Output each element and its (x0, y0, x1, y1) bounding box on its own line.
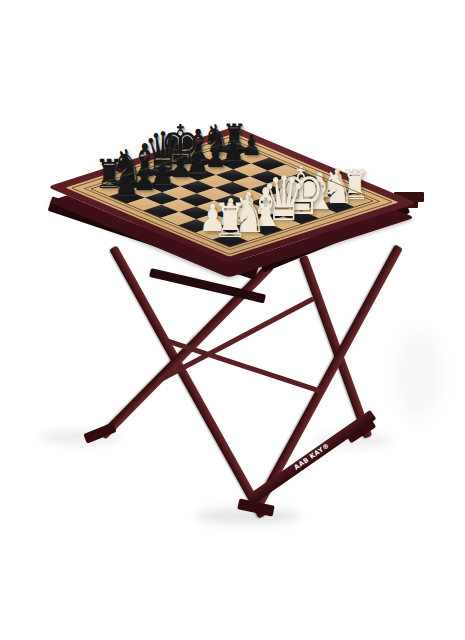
square-b4 (179, 206, 214, 219)
brand-stretcher-bar: AAB KAY® (248, 410, 376, 504)
square-h8: ♜ (216, 143, 251, 156)
square-c6 (162, 186, 197, 199)
square-c4 (196, 201, 231, 214)
square-h6 (251, 158, 286, 171)
square-c1: ♝ (248, 222, 283, 235)
white-knight: ♞ (229, 188, 267, 240)
square-e5 (215, 182, 250, 195)
square-e8: ♚ (163, 160, 198, 173)
square-h3 (303, 179, 338, 192)
square-d6 (180, 181, 215, 194)
table-leg-back-left (99, 262, 274, 439)
white-pawn: ♟ (199, 199, 227, 237)
floor-shadow-smudge (396, 330, 442, 420)
square-g7: ♟ (216, 156, 251, 169)
square-h2: ♟ (320, 187, 355, 200)
square-b3 (196, 214, 231, 227)
square-e2: ♟ (266, 204, 301, 217)
white-pawn: ♟ (253, 184, 279, 219)
square-f4 (250, 184, 285, 197)
square-d2: ♟ (249, 209, 284, 222)
square-a5 (144, 205, 179, 218)
square-f1: ♝ (301, 205, 336, 218)
square-g8: ♞ (199, 149, 234, 162)
white-pawn: ♟ (271, 179, 296, 214)
square-e7: ♟ (180, 168, 215, 181)
square-e1: ♚ (284, 211, 319, 224)
square-e3 (249, 197, 284, 210)
white-queen: ♛ (261, 168, 306, 230)
square-g3 (285, 185, 320, 198)
square-a8: ♜ (92, 183, 127, 196)
square-d5 (197, 188, 232, 201)
square-e4 (232, 189, 267, 202)
square-h5 (268, 165, 303, 178)
square-b5 (161, 199, 196, 212)
square-f6 (215, 169, 250, 182)
product-photo: AAB KAY® ♜♟♟♜♞♟♟♞♝♟♟♝♚♟♟♚♛♟♟♛♝♟♟♝♞♟♟♞♜♟♟… (0, 0, 465, 640)
square-d8: ♛ (145, 166, 180, 179)
white-bishop: ♝ (246, 181, 285, 234)
square-a6 (127, 198, 162, 211)
square-a4 (161, 212, 196, 225)
square-b8: ♞ (110, 177, 145, 190)
square-g2: ♟ (302, 192, 337, 205)
white-pawn: ♟ (235, 189, 262, 225)
cross-stretcher-upper (158, 296, 315, 382)
square-f8: ♝ (181, 155, 216, 168)
square-c7: ♟ (145, 179, 180, 192)
square-b2: ♟ (213, 221, 248, 234)
white-bishop: ♝ (301, 167, 338, 217)
square-f2: ♟ (284, 198, 319, 211)
square-e6 (198, 175, 233, 188)
white-pawn: ♟ (289, 174, 314, 208)
white-king: ♚ (277, 159, 325, 224)
square-c5 (179, 193, 214, 206)
square-a1: ♜ (213, 234, 248, 247)
square-d4 (214, 195, 249, 208)
square-b6 (144, 192, 179, 205)
square-d1: ♛ (266, 217, 301, 230)
square-h7: ♟ (234, 150, 269, 163)
square-c2: ♟ (231, 215, 266, 228)
square-b7: ♟ (127, 185, 162, 198)
square-a2: ♟ (195, 227, 230, 240)
square-f7: ♟ (198, 162, 233, 175)
board-margin: ♜♟♟♜♞♟♟♞♝♟♟♝♚♟♟♚♛♟♟♛♝♟♟♝♞♟♟♞♜♟♟♜ (65, 133, 398, 256)
brand-label: AAB KAY® (292, 440, 332, 473)
white-rook: ♜ (213, 198, 248, 245)
square-h4 (285, 172, 320, 185)
square-d3 (231, 202, 266, 215)
square-f3 (267, 191, 302, 204)
square-g1: ♞ (319, 200, 354, 213)
square-g4 (268, 178, 303, 191)
black-pawn: ♟ (114, 167, 139, 201)
white-pawn: ♟ (217, 194, 244, 231)
square-c8: ♝ (128, 172, 163, 185)
square-g6 (233, 163, 268, 176)
square-c3 (214, 208, 249, 221)
square-a3 (178, 219, 213, 232)
square-g5 (250, 171, 285, 184)
square-f5 (233, 176, 268, 189)
table-top: ♜♟♟♜♞♟♟♞♝♟♟♝♚♟♟♚♛♟♟♛♝♟♟♝♞♟♟♞♜♟♟♜ (47, 127, 417, 264)
square-d7: ♟ (163, 173, 198, 186)
square-a7: ♟ (109, 190, 144, 203)
square-h1: ♜ (337, 194, 372, 207)
square-b1: ♞ (230, 228, 265, 241)
